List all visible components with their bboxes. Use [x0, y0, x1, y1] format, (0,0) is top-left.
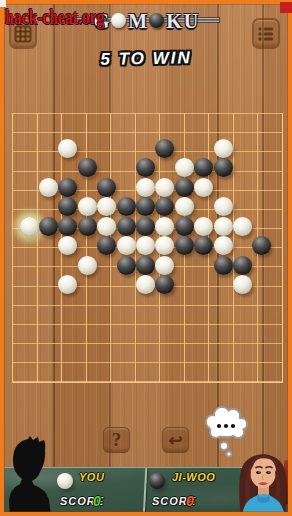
white-stone: [214, 197, 233, 216]
white-stone: [39, 178, 58, 197]
white-stone: [233, 217, 252, 236]
white-stone-icon: [111, 13, 126, 28]
white-stone: [78, 256, 97, 275]
black-stone: [233, 256, 252, 275]
menu-button[interactable]: [252, 18, 280, 49]
black-stone: [117, 217, 136, 236]
undo-button[interactable]: ↩: [162, 427, 189, 453]
black-stone: [155, 139, 174, 158]
black-stone: [117, 256, 136, 275]
menu-list-icon: [257, 25, 275, 43]
player-right-stone-icon: [149, 473, 165, 489]
black-stone: [214, 256, 233, 275]
title-letter: U: [184, 11, 198, 31]
white-stone: [155, 217, 174, 236]
black-stone: [175, 178, 194, 197]
white-stone: [194, 178, 213, 197]
player-left-name: YOU: [79, 471, 104, 483]
black-stone-icon: [149, 13, 164, 28]
hint-button[interactable]: ?: [103, 427, 130, 453]
black-stone: [117, 197, 136, 216]
black-stone: [58, 217, 77, 236]
black-stone: [175, 217, 194, 236]
undo-arrow-icon: ↩: [168, 432, 182, 449]
white-stone: [136, 178, 155, 197]
white-stone: [214, 236, 233, 255]
title-letter: K: [166, 11, 182, 31]
white-stone: [78, 197, 97, 216]
white-stone: [175, 158, 194, 177]
black-stone: [136, 256, 155, 275]
player-left-score-value: 0: [93, 493, 101, 509]
thought-bubble: [203, 405, 249, 461]
black-stone: [39, 217, 58, 236]
black-stone: [78, 217, 97, 236]
black-stone: [78, 158, 97, 177]
watermark-text: hack-cheat.org: [5, 6, 104, 29]
score-bar-divider: [143, 468, 148, 516]
white-stone: [20, 217, 39, 236]
black-stone: [136, 158, 155, 177]
black-stone: [136, 217, 155, 236]
player-left-avatar: [0, 434, 60, 516]
white-stone: [194, 217, 213, 236]
black-stone: [58, 178, 77, 197]
white-stone: [214, 217, 233, 236]
gomoku-app-screen: G M K U 5 TO WIN hack-cheat.org ? ↩: [0, 0, 292, 516]
black-stone: [175, 236, 194, 255]
white-stone: [214, 139, 233, 158]
black-stone: [214, 158, 233, 177]
player-right-score-value: 0: [186, 493, 194, 509]
white-stone: [175, 197, 194, 216]
black-stone: [136, 197, 155, 216]
white-stone: [58, 139, 77, 158]
white-stone: [155, 178, 174, 197]
player-right-name: JI-WOO: [172, 471, 215, 483]
corner-mark-white: [0, 0, 6, 7]
title-letter: M: [128, 11, 147, 31]
white-stone: [117, 236, 136, 255]
bubble-dots: [217, 424, 235, 428]
black-stone: [97, 178, 116, 197]
corner-mark-red: [280, 2, 292, 13]
white-stone: [97, 217, 116, 236]
